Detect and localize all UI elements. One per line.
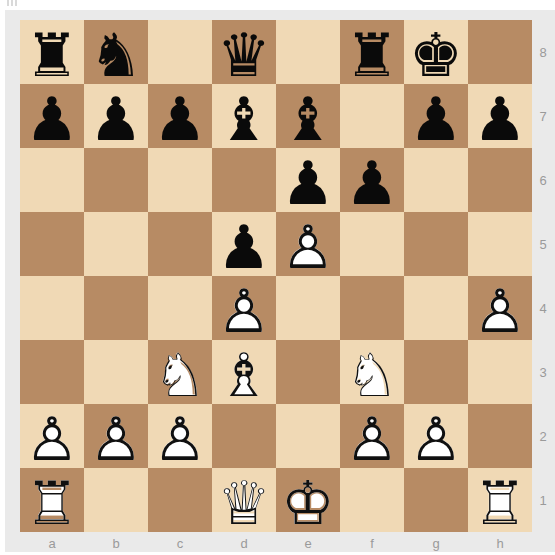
- square-d8[interactable]: ♛: [212, 20, 276, 84]
- file-labels: abcdefgh: [20, 533, 532, 553]
- white-knight-outline-icon: ♘: [148, 343, 212, 407]
- black-pawn-icon: ♟: [276, 151, 340, 215]
- piece-black-bishop-d7[interactable]: ♝: [212, 84, 276, 148]
- rank-label-2: 2: [533, 404, 553, 468]
- square-g3[interactable]: [404, 340, 468, 404]
- piece-white-pawn-b2[interactable]: ♟♙: [84, 404, 148, 468]
- square-g6[interactable]: [404, 148, 468, 212]
- rank-label-3: 3: [533, 340, 553, 404]
- square-d4[interactable]: ♟♙: [212, 276, 276, 340]
- file-label-a: a: [20, 533, 84, 553]
- piece-black-bishop-e7[interactable]: ♝: [276, 84, 340, 148]
- square-b7[interactable]: ♟: [84, 84, 148, 148]
- white-rook-outline-icon: ♖: [20, 471, 84, 535]
- white-pawn-outline-icon: ♙: [148, 407, 212, 471]
- rank-labels: 87654321: [533, 20, 553, 532]
- piece-black-pawn-d5[interactable]: ♟: [212, 212, 276, 276]
- black-pawn-icon: ♟: [212, 215, 276, 279]
- square-h4[interactable]: ♟♙: [468, 276, 532, 340]
- piece-white-rook-a1[interactable]: ♜♖: [20, 468, 84, 532]
- square-f6[interactable]: ♟: [340, 148, 404, 212]
- file-label-f: f: [340, 533, 404, 553]
- square-f8[interactable]: ♜: [340, 20, 404, 84]
- black-rook-icon: ♜: [20, 23, 84, 87]
- black-pawn-icon: ♟: [148, 87, 212, 151]
- piece-black-queen-d8[interactable]: ♛: [212, 20, 276, 84]
- square-c2[interactable]: ♟♙: [148, 404, 212, 468]
- piece-black-knight-b8[interactable]: ♞: [84, 20, 148, 84]
- piece-white-pawn-h4[interactable]: ♟♙: [468, 276, 532, 340]
- square-b5[interactable]: [84, 212, 148, 276]
- white-pawn-outline-icon: ♙: [212, 279, 276, 343]
- square-h1[interactable]: ♜♖: [468, 468, 532, 532]
- black-pawn-icon: ♟: [20, 87, 84, 151]
- square-f2[interactable]: ♟♙: [340, 404, 404, 468]
- square-h6[interactable]: [468, 148, 532, 212]
- piece-black-king-g8[interactable]: ♚: [404, 20, 468, 84]
- square-f5[interactable]: [340, 212, 404, 276]
- square-h5[interactable]: [468, 212, 532, 276]
- rank-label-6: 6: [533, 148, 553, 212]
- black-pawn-icon: ♟: [84, 87, 148, 151]
- black-queen-icon: ♛: [212, 23, 276, 87]
- square-g5[interactable]: [404, 212, 468, 276]
- piece-white-pawn-e5[interactable]: ♟♙: [276, 212, 340, 276]
- square-c3[interactable]: ♞♘: [148, 340, 212, 404]
- black-pawn-icon: ♟: [468, 87, 532, 151]
- square-e7[interactable]: ♝: [276, 84, 340, 148]
- square-f4[interactable]: [340, 276, 404, 340]
- square-e1[interactable]: ♚♔: [276, 468, 340, 532]
- piece-white-knight-c3[interactable]: ♞♘: [148, 340, 212, 404]
- window-edge-artifact: [7, 0, 17, 6]
- piece-white-pawn-c2[interactable]: ♟♙: [148, 404, 212, 468]
- piece-black-pawn-b7[interactable]: ♟: [84, 84, 148, 148]
- square-f7[interactable]: [340, 84, 404, 148]
- rank-label-1: 1: [533, 468, 553, 532]
- square-h3[interactable]: [468, 340, 532, 404]
- square-h7[interactable]: ♟: [468, 84, 532, 148]
- file-label-g: g: [404, 533, 468, 553]
- square-a2[interactable]: ♟♙: [20, 404, 84, 468]
- piece-black-pawn-g7[interactable]: ♟: [404, 84, 468, 148]
- black-pawn-icon: ♟: [404, 87, 468, 151]
- square-g4[interactable]: [404, 276, 468, 340]
- square-b3[interactable]: [84, 340, 148, 404]
- piece-white-pawn-a2[interactable]: ♟♙: [20, 404, 84, 468]
- square-e6[interactable]: ♟: [276, 148, 340, 212]
- square-d5[interactable]: ♟: [212, 212, 276, 276]
- square-c1[interactable]: [148, 468, 212, 532]
- black-bishop-icon: ♝: [212, 87, 276, 151]
- piece-black-pawn-a7[interactable]: ♟: [20, 84, 84, 148]
- white-pawn-outline-icon: ♙: [404, 407, 468, 471]
- piece-white-rook-h1[interactable]: ♜♖: [468, 468, 532, 532]
- square-a6[interactable]: [20, 148, 84, 212]
- square-g2[interactable]: ♟♙: [404, 404, 468, 468]
- piece-white-knight-f3[interactable]: ♞♘: [340, 340, 404, 404]
- white-bishop-outline-icon: ♗: [212, 343, 276, 407]
- square-f3[interactable]: ♞♘: [340, 340, 404, 404]
- white-knight-outline-icon: ♘: [340, 343, 404, 407]
- square-a3[interactable]: [20, 340, 84, 404]
- white-pawn-outline-icon: ♙: [340, 407, 404, 471]
- piece-black-pawn-h7[interactable]: ♟: [468, 84, 532, 148]
- square-c4[interactable]: [148, 276, 212, 340]
- square-f1[interactable]: [340, 468, 404, 532]
- piece-white-pawn-g2[interactable]: ♟♙: [404, 404, 468, 468]
- square-e2[interactable]: [276, 404, 340, 468]
- piece-black-rook-f8[interactable]: ♜: [340, 20, 404, 84]
- square-a5[interactable]: [20, 212, 84, 276]
- square-c5[interactable]: [148, 212, 212, 276]
- square-c6[interactable]: [148, 148, 212, 212]
- square-b2[interactable]: ♟♙: [84, 404, 148, 468]
- rank-label-5: 5: [533, 212, 553, 276]
- square-g8[interactable]: ♚: [404, 20, 468, 84]
- white-queen-outline-icon: ♕: [212, 471, 276, 535]
- square-b1[interactable]: [84, 468, 148, 532]
- chess-board: ♜♞♛♜♚♟♟♟♝♝♟♟♟♟♟♟♙♟♙♟♙♞♘♝♗♞♘♟♙♟♙♟♙♟♙♟♙♜♖♛…: [20, 20, 532, 532]
- square-d6[interactable]: [212, 148, 276, 212]
- square-d7[interactable]: ♝: [212, 84, 276, 148]
- square-b8[interactable]: ♞: [84, 20, 148, 84]
- piece-black-pawn-c7[interactable]: ♟: [148, 84, 212, 148]
- file-label-c: c: [148, 533, 212, 553]
- piece-white-bishop-d3[interactable]: ♝♗: [212, 340, 276, 404]
- square-a7[interactable]: ♟: [20, 84, 84, 148]
- piece-white-pawn-d4[interactable]: ♟♙: [212, 276, 276, 340]
- rank-label-8: 8: [533, 20, 553, 84]
- black-knight-icon: ♞: [84, 23, 148, 87]
- rank-label-7: 7: [533, 84, 553, 148]
- file-label-e: e: [276, 533, 340, 553]
- square-c8[interactable]: [148, 20, 212, 84]
- file-label-b: b: [84, 533, 148, 553]
- square-e3[interactable]: [276, 340, 340, 404]
- white-king-outline-icon: ♔: [276, 471, 340, 535]
- piece-black-pawn-e6[interactable]: ♟: [276, 148, 340, 212]
- square-d3[interactable]: ♝♗: [212, 340, 276, 404]
- piece-black-pawn-f6[interactable]: ♟: [340, 148, 404, 212]
- piece-white-pawn-f2[interactable]: ♟♙: [340, 404, 404, 468]
- square-e4[interactable]: [276, 276, 340, 340]
- square-d1[interactable]: ♛♕: [212, 468, 276, 532]
- square-c7[interactable]: ♟: [148, 84, 212, 148]
- square-e5[interactable]: ♟♙: [276, 212, 340, 276]
- black-rook-icon: ♜: [340, 23, 404, 87]
- black-king-icon: ♚: [404, 23, 468, 87]
- white-pawn-outline-icon: ♙: [20, 407, 84, 471]
- black-bishop-icon: ♝: [276, 87, 340, 151]
- square-d2[interactable]: [212, 404, 276, 468]
- square-g7[interactable]: ♟: [404, 84, 468, 148]
- square-a4[interactable]: [20, 276, 84, 340]
- square-b6[interactable]: [84, 148, 148, 212]
- file-label-h: h: [468, 533, 532, 553]
- piece-white-queen-d1[interactable]: ♛♕: [212, 468, 276, 532]
- square-g1[interactable]: [404, 468, 468, 532]
- black-pawn-icon: ♟: [340, 151, 404, 215]
- piece-white-king-e1[interactable]: ♚♔: [276, 468, 340, 532]
- piece-black-rook-a8[interactable]: ♜: [20, 20, 84, 84]
- white-pawn-outline-icon: ♙: [84, 407, 148, 471]
- square-e8[interactable]: [276, 20, 340, 84]
- white-pawn-outline-icon: ♙: [276, 215, 340, 279]
- file-label-d: d: [212, 533, 276, 553]
- square-b4[interactable]: [84, 276, 148, 340]
- square-h2[interactable]: [468, 404, 532, 468]
- square-a8[interactable]: ♜: [20, 20, 84, 84]
- white-rook-outline-icon: ♖: [468, 471, 532, 535]
- rank-label-4: 4: [533, 276, 553, 340]
- square-h8[interactable]: [468, 20, 532, 84]
- square-a1[interactable]: ♜♖: [20, 468, 84, 532]
- white-pawn-outline-icon: ♙: [468, 279, 532, 343]
